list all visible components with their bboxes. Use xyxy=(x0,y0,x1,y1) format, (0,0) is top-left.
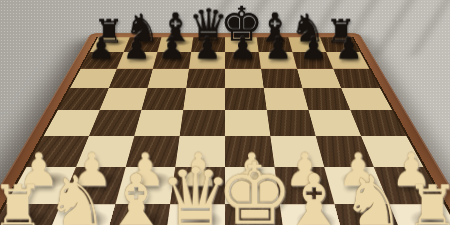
square-c5[interactable] xyxy=(141,88,186,110)
square-h4[interactable] xyxy=(350,110,406,136)
square-e5[interactable] xyxy=(225,88,267,110)
piece-white-rook-h1[interactable]: ♜ xyxy=(406,178,450,225)
chess-board-frame: ♜♞♝♛♚♝♞♜♟♟♟♟♟♟♟♟♟♟♟♟♟♟♟♟♜♞♝♛♚♝♞♜ xyxy=(0,33,450,225)
square-e7[interactable]: ♟ xyxy=(225,52,261,69)
square-b7[interactable]: ♟ xyxy=(117,52,158,69)
square-d7[interactable]: ♟ xyxy=(189,52,225,69)
square-f4[interactable] xyxy=(267,110,316,136)
square-f7[interactable]: ♟ xyxy=(259,52,297,69)
square-e6[interactable] xyxy=(225,69,264,88)
square-f5[interactable] xyxy=(264,88,309,110)
square-e1[interactable]: ♚ xyxy=(225,204,286,225)
piece-white-rook-a1[interactable]: ♜ xyxy=(0,178,44,225)
square-g7[interactable]: ♟ xyxy=(292,52,333,69)
square-b5[interactable] xyxy=(100,88,148,110)
square-c7[interactable]: ♟ xyxy=(153,52,191,69)
piece-white-bishop-f1[interactable]: ♝ xyxy=(282,165,346,225)
square-f6[interactable] xyxy=(261,69,302,88)
square-g5[interactable] xyxy=(302,88,350,110)
square-h7[interactable]: ♟ xyxy=(326,52,369,69)
board-projection: ♜♞♝♛♚♝♞♜♟♟♟♟♟♟♟♟♟♟♟♟♟♟♟♟♜♞♝♛♚♝♞♜ xyxy=(63,31,387,193)
square-b4[interactable] xyxy=(89,110,142,136)
square-c4[interactable] xyxy=(134,110,183,136)
square-f1[interactable]: ♝ xyxy=(280,204,347,225)
chess-set-photo: ♜♞♝♛♚♝♞♜♟♟♟♟♟♟♟♟♟♟♟♟♟♟♟♟♜♞♝♛♚♝♞♜ xyxy=(0,0,450,225)
piece-white-knight-g1[interactable]: ♞ xyxy=(342,167,404,225)
piece-black-pawn-g7[interactable]: ♟ xyxy=(300,33,327,64)
square-g4[interactable] xyxy=(309,110,362,136)
square-c6[interactable] xyxy=(148,69,189,88)
piece-black-pawn-a7[interactable]: ♟ xyxy=(87,33,114,64)
square-e4[interactable] xyxy=(225,110,270,136)
square-d4[interactable] xyxy=(180,110,225,136)
square-b6[interactable] xyxy=(109,69,153,88)
piece-white-bishop-c1[interactable]: ♝ xyxy=(104,165,168,225)
piece-black-pawn-d7[interactable]: ♟ xyxy=(194,33,221,64)
piece-black-pawn-b7[interactable]: ♟ xyxy=(123,33,150,64)
piece-black-pawn-c7[interactable]: ♟ xyxy=(158,33,185,64)
piece-black-pawn-e7[interactable]: ♟ xyxy=(229,33,256,64)
square-h5[interactable] xyxy=(341,88,392,110)
square-h6[interactable] xyxy=(333,69,380,88)
square-d5[interactable] xyxy=(183,88,225,110)
chess-board: ♜♞♝♛♚♝♞♜♟♟♟♟♟♟♟♟♟♟♟♟♟♟♟♟♜♞♝♛♚♝♞♜ xyxy=(0,37,450,225)
square-g1[interactable]: ♞ xyxy=(335,204,409,225)
piece-white-knight-b1[interactable]: ♞ xyxy=(46,167,108,225)
piece-black-pawn-f7[interactable]: ♟ xyxy=(264,33,291,64)
piece-black-pawn-h7[interactable]: ♟ xyxy=(335,33,362,64)
square-d6[interactable] xyxy=(186,69,225,88)
